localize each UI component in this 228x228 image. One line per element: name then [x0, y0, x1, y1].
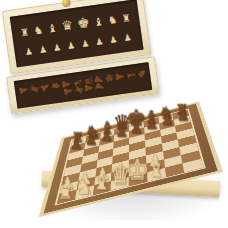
stored-piece: ♞: [107, 14, 118, 26]
stored-piece: ♟: [52, 43, 61, 53]
stored-piece: ♚: [76, 15, 90, 31]
board-square: [161, 139, 179, 151]
clasp-icon: [62, 0, 71, 6]
stored-piece: ♜: [121, 13, 131, 24]
stored-piece: ♝: [93, 16, 104, 28]
stored-piece: ♛: [60, 19, 73, 33]
stored-piece: ♟: [81, 39, 90, 49]
product-photo: { "game": "chess", "scene_description": …: [0, 0, 228, 228]
chess-board: ♜♞♝♛♚♝♞♜♟♟♟♟♟♟♟♟♟♟♟♟♟♟♜♞♝♛♚♝: [39, 101, 224, 217]
lid-felt: ♜♞♝♛♚♝♞♜ ♟♟♟♟♟♟♟♟: [10, 0, 144, 67]
stored-piece: ♟: [95, 37, 104, 47]
stored-piece: ♝: [47, 23, 58, 35]
stored-piece: ♟: [67, 41, 76, 51]
stored-piece: ♟: [38, 45, 47, 55]
stored-piece: ♟: [24, 47, 33, 57]
stored-piece: ♟: [123, 33, 132, 43]
stored-piece: ♞: [33, 25, 44, 37]
stored-piece: ♜: [20, 28, 30, 39]
board-scene: ♜♞♝♛♚♝♞♜♟♟♟♟♟♟♟♟♟♟♟♟♟♟♜♞♝♛♚♝: [20, 60, 228, 228]
stored-light-pieces: ♜♞♝♛♚♝♞♜ ♟♟♟♟♟♟♟♟: [10, 0, 144, 67]
stored-piece: ♟: [109, 35, 118, 45]
